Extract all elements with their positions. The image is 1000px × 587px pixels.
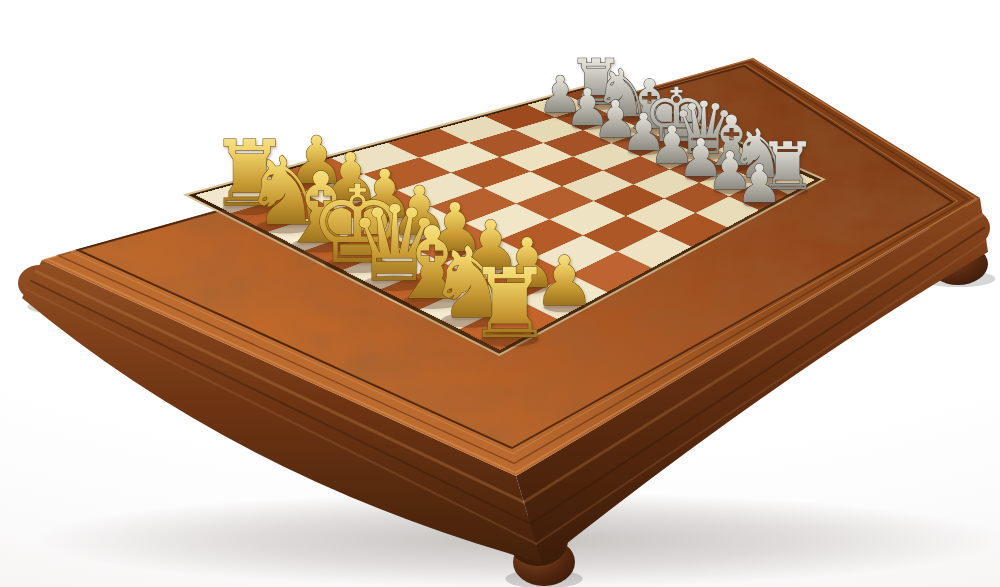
chess-set-product-photo: ♜♟♞♟♝♟♚♟♛♝♟♞♟♟♜♟♟♜♟♟♞♟♝♟♚♟♛♟♝♟♞♜ [0, 0, 1000, 587]
